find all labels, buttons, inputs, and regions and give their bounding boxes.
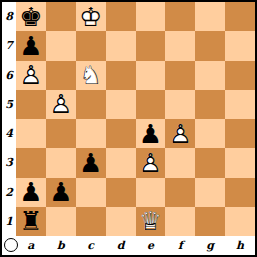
- square-g8[interactable]: [195, 2, 225, 31]
- square-a4[interactable]: [16, 119, 46, 148]
- square-c5[interactable]: [76, 90, 106, 119]
- square-d4[interactable]: [106, 119, 136, 148]
- square-a5[interactable]: [16, 90, 46, 119]
- rank-label-3: 3: [2, 148, 16, 177]
- piece-black-pawn-icon: ♟: [136, 119, 166, 148]
- piece-white-pawn-icon: ♙: [165, 119, 195, 148]
- square-f8[interactable]: [165, 2, 195, 31]
- side-to-move-indicator: [2, 236, 16, 255]
- square-f5[interactable]: [165, 90, 195, 119]
- piece-black-rook-icon: ♜: [16, 207, 46, 236]
- piece-white-pawn-icon: ♙: [136, 148, 166, 177]
- piece-black-king-icon: ♚: [16, 2, 46, 31]
- piece-white-queen-icon: ♕: [136, 207, 166, 236]
- piece-white-pawn-icon-fill: ♟: [46, 90, 76, 119]
- square-a3[interactable]: [16, 148, 46, 177]
- file-label-g: g: [195, 236, 225, 255]
- square-f1[interactable]: [165, 207, 195, 236]
- rank-label-6: 6: [2, 61, 16, 90]
- square-h4[interactable]: [225, 119, 255, 148]
- square-a1[interactable]: ♜: [16, 207, 46, 236]
- square-f6[interactable]: [165, 61, 195, 90]
- square-b5[interactable]: ♟♙: [46, 90, 76, 119]
- square-f2[interactable]: [165, 178, 195, 207]
- square-d7[interactable]: [106, 31, 136, 60]
- square-e3[interactable]: ♟♙: [136, 148, 166, 177]
- square-d5[interactable]: [106, 90, 136, 119]
- square-e2[interactable]: [136, 178, 166, 207]
- chess-diagram: 87654321 ♚♚♔♟♟♙♞♘♟♙♟♟♙♟♟♙♟♟♜♛♕ abcdefgh: [0, 0, 257, 257]
- rank-label-7: 7: [2, 31, 16, 60]
- square-d6[interactable]: [106, 61, 136, 90]
- square-f3[interactable]: [165, 148, 195, 177]
- file-label-f: f: [165, 236, 195, 255]
- square-h1[interactable]: [225, 207, 255, 236]
- square-d1[interactable]: [106, 207, 136, 236]
- square-h8[interactable]: [225, 2, 255, 31]
- square-h2[interactable]: [225, 178, 255, 207]
- square-b8[interactable]: [46, 2, 76, 31]
- file-label-b: b: [46, 236, 76, 255]
- square-f4[interactable]: ♟♙: [165, 119, 195, 148]
- rank-label-2: 2: [2, 178, 16, 207]
- file-label-a: a: [16, 236, 46, 255]
- piece-white-pawn-icon: ♙: [46, 90, 76, 119]
- file-label-h: h: [225, 236, 255, 255]
- square-d8[interactable]: [106, 2, 136, 31]
- square-e4[interactable]: ♟: [136, 119, 166, 148]
- piece-black-pawn-icon: ♟: [46, 178, 76, 207]
- piece-black-pawn-icon: ♟: [16, 178, 46, 207]
- rank-labels: 87654321: [2, 2, 16, 236]
- square-c8[interactable]: ♚♔: [76, 2, 106, 31]
- file-labels: abcdefgh: [16, 236, 255, 255]
- square-b4[interactable]: [46, 119, 76, 148]
- piece-white-king-icon: ♔: [76, 2, 106, 31]
- square-b7[interactable]: [46, 31, 76, 60]
- piece-white-king-icon-fill: ♚: [76, 2, 106, 31]
- square-g5[interactable]: [195, 90, 225, 119]
- square-b3[interactable]: [46, 148, 76, 177]
- square-c2[interactable]: [76, 178, 106, 207]
- square-h5[interactable]: [225, 90, 255, 119]
- square-g2[interactable]: [195, 178, 225, 207]
- rank-label-4: 4: [2, 119, 16, 148]
- square-c6[interactable]: ♞♘: [76, 61, 106, 90]
- square-g4[interactable]: [195, 119, 225, 148]
- piece-white-pawn-icon-fill: ♟: [165, 119, 195, 148]
- square-g7[interactable]: [195, 31, 225, 60]
- piece-white-pawn-icon: ♙: [16, 61, 46, 90]
- file-label-d: d: [106, 236, 136, 255]
- square-e1[interactable]: ♛♕: [136, 207, 166, 236]
- square-g1[interactable]: [195, 207, 225, 236]
- square-d2[interactable]: [106, 178, 136, 207]
- piece-white-knight-icon: ♘: [76, 61, 106, 90]
- square-b6[interactable]: [46, 61, 76, 90]
- square-c7[interactable]: [76, 31, 106, 60]
- piece-white-knight-icon-fill: ♞: [76, 61, 106, 90]
- piece-white-pawn-icon-fill: ♟: [16, 61, 46, 90]
- rank-label-1: 1: [2, 207, 16, 236]
- rank-label-8: 8: [2, 2, 16, 31]
- square-f7[interactable]: [165, 31, 195, 60]
- square-c4[interactable]: [76, 119, 106, 148]
- piece-white-queen-icon-fill: ♛: [136, 207, 166, 236]
- piece-black-pawn-icon: ♟: [16, 31, 46, 60]
- square-c3[interactable]: ♟: [76, 148, 106, 177]
- square-g3[interactable]: [195, 148, 225, 177]
- square-e5[interactable]: [136, 90, 166, 119]
- piece-white-pawn-icon-fill: ♟: [136, 148, 166, 177]
- square-d3[interactable]: [106, 148, 136, 177]
- chess-board[interactable]: ♚♚♔♟♟♙♞♘♟♙♟♟♙♟♟♙♟♟♜♛♕: [16, 2, 255, 236]
- square-e8[interactable]: [136, 2, 166, 31]
- rank-label-5: 5: [2, 90, 16, 119]
- square-a8[interactable]: ♚: [16, 2, 46, 31]
- square-c1[interactable]: [76, 207, 106, 236]
- square-a2[interactable]: ♟: [16, 178, 46, 207]
- file-label-c: c: [76, 236, 106, 255]
- piece-black-pawn-icon: ♟: [76, 148, 106, 177]
- square-b1[interactable]: [46, 207, 76, 236]
- file-label-e: e: [136, 236, 166, 255]
- square-e6[interactable]: [136, 61, 166, 90]
- square-g6[interactable]: [195, 61, 225, 90]
- square-h7[interactable]: [225, 31, 255, 60]
- square-h3[interactable]: [225, 148, 255, 177]
- square-a7[interactable]: ♟: [16, 31, 46, 60]
- square-a6[interactable]: ♟♙: [16, 61, 46, 90]
- square-h6[interactable]: [225, 61, 255, 90]
- square-e7[interactable]: [136, 31, 166, 60]
- white-to-move-circle-icon: [4, 238, 18, 252]
- square-b2[interactable]: ♟: [46, 178, 76, 207]
